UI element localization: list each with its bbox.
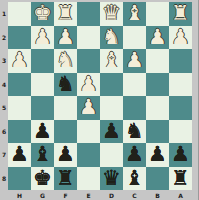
square-a8[interactable]: ♜	[169, 167, 192, 191]
square-b1[interactable]	[146, 2, 169, 26]
square-g6[interactable]: ♟	[31, 120, 54, 144]
square-h3[interactable]: ♟	[8, 49, 31, 73]
black-pawn: ♟	[10, 143, 29, 166]
white-bishop: ♝	[125, 2, 144, 25]
white-rook: ♜	[56, 2, 75, 25]
square-e5[interactable]: ♟	[77, 96, 100, 120]
black-bishop: ♝	[125, 167, 144, 190]
square-h6[interactable]	[8, 120, 31, 144]
black-pawn: ♟	[33, 120, 52, 143]
black-pawn: ♟	[125, 143, 144, 166]
square-c3[interactable]: ♟	[123, 49, 146, 73]
file-label-g: G	[31, 190, 54, 200]
square-c1[interactable]: ♝	[123, 2, 146, 26]
square-a1[interactable]: ♜	[169, 2, 192, 26]
square-d7[interactable]	[100, 143, 123, 167]
white-pawn: ♟	[79, 73, 98, 96]
square-f1[interactable]: ♜	[54, 2, 77, 26]
square-d1[interactable]: ♛	[100, 2, 123, 26]
square-a6[interactable]	[169, 120, 192, 144]
square-d2[interactable]: ♞	[100, 26, 123, 50]
square-f5[interactable]	[54, 96, 77, 120]
square-g4[interactable]	[31, 73, 54, 97]
black-rook: ♜	[56, 167, 75, 190]
rank-label-1: 1	[0, 2, 8, 26]
black-pawn: ♟	[148, 143, 167, 166]
white-pawn: ♟	[79, 96, 98, 119]
square-h5[interactable]	[8, 96, 31, 120]
square-b5[interactable]	[146, 96, 169, 120]
square-h1[interactable]	[8, 2, 31, 26]
square-d3[interactable]: ♝	[100, 49, 123, 73]
square-e1[interactable]	[77, 2, 100, 26]
square-f7[interactable]: ♟	[54, 143, 77, 167]
white-pawn: ♟	[125, 49, 144, 72]
square-g1[interactable]: ♚	[31, 2, 54, 26]
square-a3[interactable]	[169, 49, 192, 73]
file-label-e: E	[77, 190, 100, 200]
file-label-b: B	[146, 190, 169, 200]
square-b7[interactable]: ♟	[146, 143, 169, 167]
square-b2[interactable]: ♟	[146, 26, 169, 50]
white-pawn: ♟	[10, 49, 29, 72]
file-label-f: F	[54, 190, 77, 200]
rank-label-2: 2	[0, 26, 8, 50]
square-h7[interactable]: ♟	[8, 143, 31, 167]
square-e6[interactable]	[77, 120, 100, 144]
square-b4[interactable]	[146, 73, 169, 97]
rank-label-6: 6	[0, 120, 8, 144]
rank-label-8: 8	[0, 167, 8, 191]
square-a4[interactable]	[169, 73, 192, 97]
rank-label-4: 4	[0, 73, 8, 97]
black-rook: ♜	[171, 167, 190, 190]
square-a7[interactable]: ♟	[169, 143, 192, 167]
black-knight: ♞	[125, 120, 144, 143]
square-f6[interactable]	[54, 120, 77, 144]
black-knight: ♞	[56, 73, 75, 96]
square-h4[interactable]	[8, 73, 31, 97]
square-e2[interactable]	[77, 26, 100, 50]
white-bishop: ♝	[102, 49, 121, 72]
square-d4[interactable]	[100, 73, 123, 97]
black-pawn: ♟	[171, 143, 190, 166]
square-b3[interactable]	[146, 49, 169, 73]
rank-label-3: 3	[0, 49, 8, 73]
file-label-d: D	[100, 190, 123, 200]
rank-label-7: 7	[0, 143, 8, 167]
file-label-a: A	[169, 190, 192, 200]
square-g2[interactable]: ♟	[31, 26, 54, 50]
square-c2[interactable]	[123, 26, 146, 50]
black-pawn: ♟	[102, 120, 121, 143]
square-c7[interactable]: ♟	[123, 143, 146, 167]
black-queen: ♛	[102, 167, 121, 190]
white-pawn: ♟	[171, 26, 190, 49]
square-c8[interactable]: ♝	[123, 167, 146, 191]
white-queen: ♛	[102, 2, 121, 25]
white-rook: ♜	[171, 2, 190, 25]
square-f2[interactable]: ♟	[54, 26, 77, 50]
square-a2[interactable]: ♟	[169, 26, 192, 50]
square-e4[interactable]: ♟	[77, 73, 100, 97]
square-g7[interactable]: ♝	[31, 143, 54, 167]
square-f8[interactable]: ♜	[54, 167, 77, 191]
square-g3[interactable]	[31, 49, 54, 73]
white-knight: ♞	[56, 49, 75, 72]
white-pawn: ♟	[33, 26, 52, 49]
chess-diagram: 12345678 ♚♜♛♝♜♟♟♞♟♟♟♞♝♟♞♟♟♟♟♞♟♝♟♟♟♟♚♜♛♝♜…	[0, 0, 199, 200]
white-knight: ♞	[102, 26, 121, 49]
square-c4[interactable]	[123, 73, 146, 97]
file-label-c: C	[123, 190, 146, 200]
file-label-h: H	[8, 190, 31, 200]
rank-labels: 12345678	[0, 2, 8, 190]
white-pawn: ♟	[148, 26, 167, 49]
rank-label-5: 5	[0, 96, 8, 120]
square-g8[interactable]: ♚	[31, 167, 54, 191]
square-f3[interactable]: ♞	[54, 49, 77, 73]
square-c5[interactable]	[123, 96, 146, 120]
square-d6[interactable]: ♟	[100, 120, 123, 144]
square-h2[interactable]	[8, 26, 31, 50]
square-d8[interactable]: ♛	[100, 167, 123, 191]
square-e7[interactable]	[77, 143, 100, 167]
square-f4[interactable]: ♞	[54, 73, 77, 97]
black-bishop: ♝	[33, 143, 52, 166]
square-e3[interactable]	[77, 49, 100, 73]
square-e8[interactable]	[77, 167, 100, 191]
white-pawn: ♟	[56, 26, 75, 49]
square-h8[interactable]	[8, 167, 31, 191]
black-king: ♚	[33, 167, 52, 190]
square-b6[interactable]	[146, 120, 169, 144]
square-c6[interactable]: ♞	[123, 120, 146, 144]
white-king: ♚	[33, 2, 52, 25]
chess-board: ♚♜♛♝♜♟♟♞♟♟♟♞♝♟♞♟♟♟♟♞♟♝♟♟♟♟♚♜♛♝♜	[8, 2, 192, 190]
black-pawn: ♟	[56, 143, 75, 166]
square-a5[interactable]	[169, 96, 192, 120]
square-g5[interactable]	[31, 96, 54, 120]
square-d5[interactable]	[100, 96, 123, 120]
file-labels: HGFEDCBA	[8, 190, 192, 200]
square-b8[interactable]	[146, 167, 169, 191]
